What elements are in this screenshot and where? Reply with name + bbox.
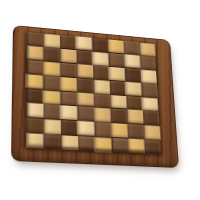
board-square xyxy=(110,109,127,123)
board-square xyxy=(142,83,158,97)
board-square xyxy=(139,56,155,70)
board-square xyxy=(61,91,78,106)
board-square xyxy=(26,32,43,46)
board-square xyxy=(61,135,78,150)
board-square xyxy=(60,77,77,92)
board-square xyxy=(110,95,127,109)
board-square xyxy=(78,136,95,151)
board-square xyxy=(142,97,158,111)
board-square xyxy=(92,52,108,66)
board-square xyxy=(76,50,93,64)
board-square xyxy=(144,140,161,155)
board-square xyxy=(128,139,145,154)
board-square xyxy=(60,49,77,63)
board-square xyxy=(93,66,110,80)
product-photo xyxy=(0,0,200,200)
board-square xyxy=(26,45,43,60)
board-square xyxy=(26,74,43,89)
board-square xyxy=(144,126,161,140)
board-square xyxy=(95,123,112,138)
board-square xyxy=(44,105,61,120)
board-square xyxy=(93,94,110,108)
board-square xyxy=(43,90,60,105)
board-square xyxy=(141,69,157,83)
board-square xyxy=(127,110,144,124)
board-square xyxy=(94,80,111,94)
board-square xyxy=(44,120,61,135)
board-square xyxy=(26,88,43,103)
board-square xyxy=(124,54,140,68)
board-square xyxy=(44,34,61,48)
board-square xyxy=(140,43,156,57)
board-square xyxy=(110,80,127,94)
board-square xyxy=(27,60,44,75)
board-square xyxy=(123,41,139,55)
board-square xyxy=(25,118,43,133)
board-square xyxy=(108,39,124,53)
board-square xyxy=(77,78,94,92)
board-square xyxy=(125,81,141,95)
board-square xyxy=(26,133,44,148)
board-square xyxy=(109,67,125,81)
board-grid xyxy=(26,32,161,154)
board-square xyxy=(95,137,112,152)
board-square xyxy=(143,111,160,125)
board-square xyxy=(60,35,77,49)
board-square xyxy=(125,68,141,82)
board-square xyxy=(126,95,143,109)
board-square xyxy=(43,135,61,150)
board-square xyxy=(93,38,109,52)
board-square xyxy=(43,47,60,61)
board-square xyxy=(26,103,43,118)
board-square xyxy=(60,106,77,121)
board-square xyxy=(43,61,60,76)
chessboard xyxy=(11,25,179,168)
board-square xyxy=(77,64,94,78)
board-square xyxy=(76,36,92,50)
board-square xyxy=(109,53,125,67)
board-square xyxy=(94,108,111,123)
board-square xyxy=(77,121,94,136)
board-square xyxy=(112,138,129,153)
board-square xyxy=(127,124,144,139)
board-square xyxy=(77,92,94,107)
board-square xyxy=(61,120,78,135)
board-square xyxy=(78,106,95,121)
board-square xyxy=(111,123,128,138)
board-square xyxy=(60,63,77,77)
board-square xyxy=(44,76,61,91)
